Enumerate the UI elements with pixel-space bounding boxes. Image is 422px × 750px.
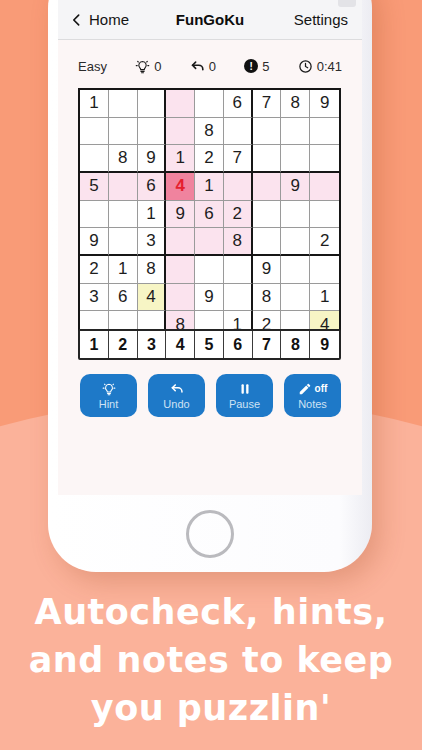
sudoku-grid: 16789889127564191962938221893649818124 xyxy=(78,88,341,341)
cell-r5c6[interactable]: 2 xyxy=(224,201,253,229)
cell-r6c7[interactable] xyxy=(253,228,282,256)
cell-r6c1[interactable]: 9 xyxy=(80,228,109,256)
nav-bar: Home FunGoKu Settings xyxy=(58,0,362,40)
page-title: FunGoKu xyxy=(176,11,244,28)
cell-r7c7[interactable]: 9 xyxy=(253,256,282,284)
cell-r6c2[interactable] xyxy=(109,228,138,256)
cell-r8c1[interactable]: 3 xyxy=(80,284,109,312)
undo-button[interactable]: Undo xyxy=(148,374,205,417)
cell-r4c1[interactable]: 5 xyxy=(80,173,109,201)
phone-frame: Home FunGoKu Settings Easy 0 0 xyxy=(48,0,372,572)
cell-r8c4[interactable] xyxy=(166,284,195,312)
cell-r6c6[interactable]: 8 xyxy=(224,228,253,256)
hints-count: 0 xyxy=(154,59,161,74)
cell-r3c1[interactable] xyxy=(80,145,109,173)
cell-r2c6[interactable] xyxy=(224,118,253,146)
cell-r7c3[interactable]: 8 xyxy=(138,256,167,284)
cell-r6c4[interactable] xyxy=(166,228,195,256)
cell-r7c2[interactable]: 1 xyxy=(109,256,138,284)
cell-r5c3[interactable]: 1 xyxy=(138,201,167,229)
cell-r4c7[interactable] xyxy=(253,173,282,201)
errors-count: 5 xyxy=(262,59,269,74)
timer-stat: 0:41 xyxy=(298,59,342,74)
cell-r6c9[interactable]: 2 xyxy=(310,228,339,256)
settings-button[interactable]: Settings xyxy=(294,11,362,28)
numpad-key-3[interactable]: 3 xyxy=(138,331,167,358)
lightbulb-icon xyxy=(135,59,150,74)
cell-r1c3[interactable] xyxy=(138,90,167,118)
action-label: Hint xyxy=(99,398,119,410)
numpad-key-6[interactable]: 6 xyxy=(224,331,253,358)
status-bar-remnant xyxy=(338,0,356,7)
cell-r1c1[interactable]: 1 xyxy=(80,90,109,118)
cell-r5c9[interactable] xyxy=(310,201,339,229)
back-button[interactable]: Home xyxy=(58,11,129,28)
pencil-icon xyxy=(298,382,312,396)
cell-r4c4[interactable]: 4 xyxy=(166,173,195,201)
action-label: Pause xyxy=(229,398,260,410)
numpad-key-9[interactable]: 9 xyxy=(310,331,339,358)
action-bar: HintUndoPauseoffNotes xyxy=(80,374,341,417)
undo-arrow-icon xyxy=(190,59,205,74)
clock-icon xyxy=(298,59,313,74)
cell-r2c2[interactable] xyxy=(109,118,138,146)
cell-r4c8[interactable]: 9 xyxy=(281,173,310,201)
cell-r8c8[interactable] xyxy=(281,284,310,312)
cell-r2c3[interactable] xyxy=(138,118,167,146)
undo-count: 0 xyxy=(209,59,216,74)
cell-r1c2[interactable] xyxy=(109,90,138,118)
cell-r5c2[interactable] xyxy=(109,201,138,229)
caption-line: and notes to keep xyxy=(0,636,422,684)
cell-r6c5[interactable] xyxy=(195,228,224,256)
cell-r3c7[interactable] xyxy=(253,145,282,173)
cell-r3c6[interactable]: 7 xyxy=(224,145,253,173)
cell-r1c5[interactable] xyxy=(195,90,224,118)
stats-row: Easy 0 0 5 0:41 xyxy=(78,56,342,76)
cell-r1c4[interactable] xyxy=(166,90,195,118)
cell-r5c4[interactable]: 9 xyxy=(166,201,195,229)
cell-r8c9[interactable]: 1 xyxy=(310,284,339,312)
cell-r1c8[interactable]: 8 xyxy=(281,90,310,118)
numpad-key-4[interactable]: 4 xyxy=(166,331,195,358)
cell-r8c5[interactable]: 9 xyxy=(195,284,224,312)
numpad-key-8[interactable]: 8 xyxy=(281,331,310,358)
cell-r4c2[interactable] xyxy=(109,173,138,201)
difficulty-label: Easy xyxy=(78,59,107,74)
undo-icon xyxy=(170,382,184,396)
notes-button[interactable]: offNotes xyxy=(284,374,341,417)
cell-r6c3[interactable]: 3 xyxy=(138,228,167,256)
bulb-icon xyxy=(102,382,116,396)
numpad-key-1[interactable]: 1 xyxy=(80,331,109,358)
pause-icon xyxy=(238,382,252,396)
cell-r3c3[interactable]: 9 xyxy=(138,145,167,173)
notes-badge: off xyxy=(315,383,328,394)
home-button[interactable] xyxy=(186,510,234,558)
error-icon xyxy=(244,59,258,73)
cell-r8c7[interactable]: 8 xyxy=(253,284,282,312)
app-screen: Home FunGoKu Settings Easy 0 0 xyxy=(58,0,362,495)
cell-r7c6[interactable] xyxy=(224,256,253,284)
cell-r2c5[interactable]: 8 xyxy=(195,118,224,146)
marketing-caption: Autocheck, hints, and notes to keep you … xyxy=(0,588,422,732)
cell-r1c9[interactable]: 9 xyxy=(310,90,339,118)
cell-r7c8[interactable] xyxy=(281,256,310,284)
numpad-key-2[interactable]: 2 xyxy=(109,331,138,358)
errors-stat: 5 xyxy=(244,59,269,74)
pause-button[interactable]: Pause xyxy=(216,374,273,417)
numpad-key-7[interactable]: 7 xyxy=(253,331,282,358)
cell-r6c8[interactable] xyxy=(281,228,310,256)
cell-r3c2[interactable]: 8 xyxy=(109,145,138,173)
cell-r3c9[interactable] xyxy=(310,145,339,173)
numpad: 123456789 xyxy=(78,329,341,360)
cell-r5c1[interactable] xyxy=(80,201,109,229)
cell-r7c5[interactable] xyxy=(195,256,224,284)
action-label: Notes xyxy=(298,398,327,410)
action-label: Undo xyxy=(163,398,189,410)
cell-r7c4[interactable] xyxy=(166,256,195,284)
hint-button[interactable]: Hint xyxy=(80,374,137,417)
back-label: Home xyxy=(89,11,129,28)
cell-r2c9[interactable] xyxy=(310,118,339,146)
cell-r2c4[interactable] xyxy=(166,118,195,146)
cell-r3c8[interactable] xyxy=(281,145,310,173)
timer-value: 0:41 xyxy=(317,59,342,74)
chevron-left-icon xyxy=(70,12,83,28)
cell-r4c5[interactable]: 1 xyxy=(195,173,224,201)
cell-r3c5[interactable]: 2 xyxy=(195,145,224,173)
cell-r8c2[interactable]: 6 xyxy=(109,284,138,312)
undo-stat: 0 xyxy=(190,59,216,74)
caption-line: Autocheck, hints, xyxy=(0,588,422,636)
cell-r2c1[interactable] xyxy=(80,118,109,146)
cell-r7c9[interactable] xyxy=(310,256,339,284)
cell-r4c9[interactable] xyxy=(310,173,339,201)
cell-r7c1[interactable]: 2 xyxy=(80,256,109,284)
cell-r5c8[interactable] xyxy=(281,201,310,229)
cell-r1c7[interactable]: 7 xyxy=(253,90,282,118)
cell-r3c4[interactable]: 1 xyxy=(166,145,195,173)
hints-stat: 0 xyxy=(135,59,161,74)
cell-r8c6[interactable] xyxy=(224,284,253,312)
cell-r2c8[interactable] xyxy=(281,118,310,146)
cell-r8c3[interactable]: 4 xyxy=(138,284,167,312)
caption-line: you puzzlin' xyxy=(0,684,422,732)
cell-r4c6[interactable] xyxy=(224,173,253,201)
cell-r4c3[interactable]: 6 xyxy=(138,173,167,201)
numpad-key-5[interactable]: 5 xyxy=(195,331,224,358)
cell-r5c7[interactable] xyxy=(253,201,282,229)
cell-r2c7[interactable] xyxy=(253,118,282,146)
cell-r1c6[interactable]: 6 xyxy=(224,90,253,118)
cell-r5c5[interactable]: 6 xyxy=(195,201,224,229)
